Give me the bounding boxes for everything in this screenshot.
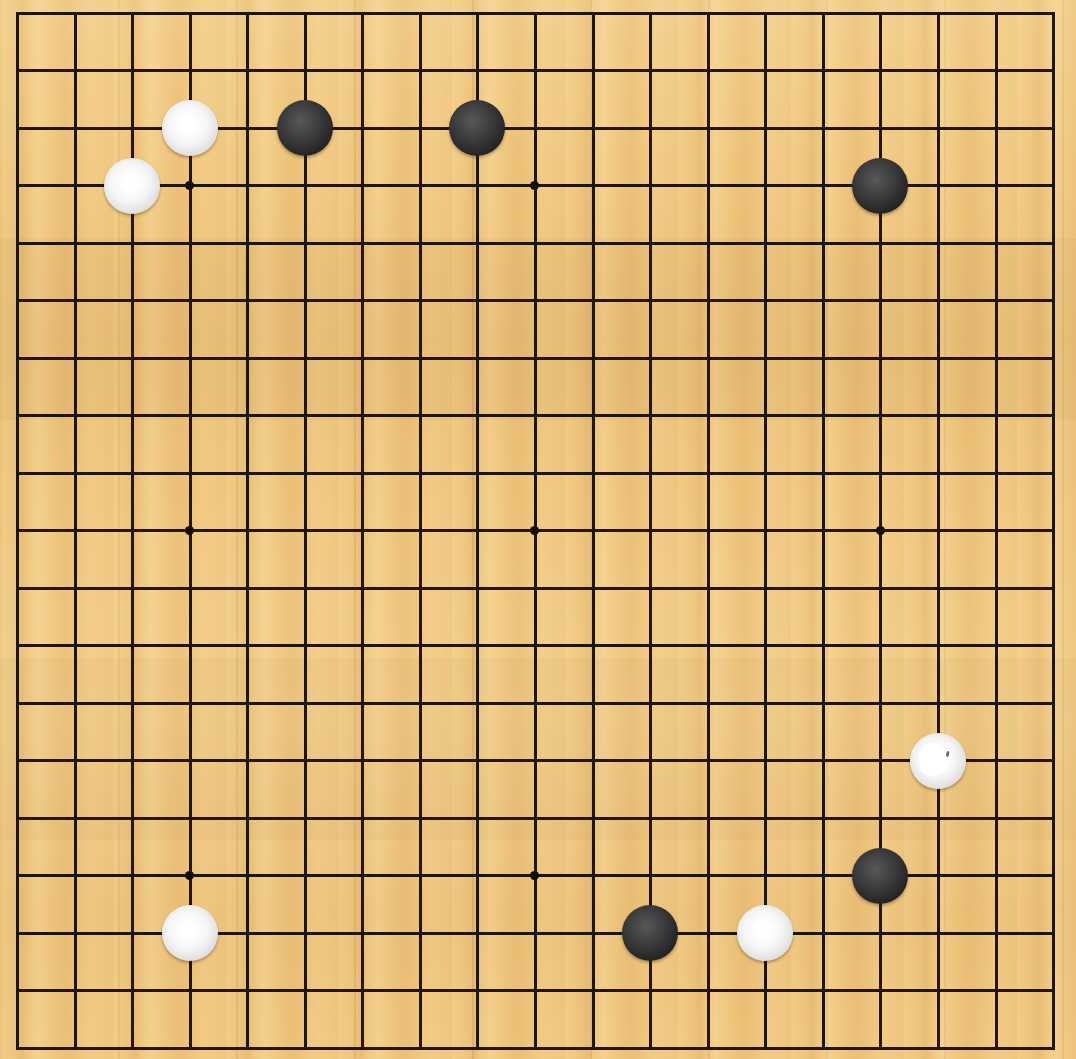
stone-white-R6 [910,733,966,789]
stone-black-M3 [622,905,678,961]
cursor-highlight [916,740,951,778]
go-board[interactable] [0,0,1076,1059]
stone-black-Q16 [852,158,908,214]
stone-white-D3 [162,905,218,961]
board-grid[interactable] [0,0,1076,1059]
star-point-K10 [530,526,539,535]
stone-black-F17 [277,100,333,156]
star-point-D10 [185,526,194,535]
star-point-Q10 [876,526,885,535]
stone-white-C16 [104,158,160,214]
stone-white-O3 [737,905,793,961]
stone-black-Q4 [852,848,908,904]
star-point-D4 [185,871,194,880]
star-point-K16 [530,181,539,190]
stone-black-J17 [449,100,505,156]
stone-white-D17 [162,100,218,156]
star-point-K4 [530,871,539,880]
star-point-D16 [185,181,194,190]
